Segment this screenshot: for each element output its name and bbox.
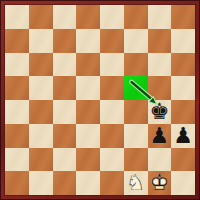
square-c6[interactable] — [53, 53, 77, 77]
square-e3[interactable] — [100, 124, 124, 148]
piece-black-pawn[interactable]: ♟ — [171, 124, 195, 148]
square-c1[interactable] — [53, 171, 77, 195]
square-f5[interactable] — [124, 76, 148, 100]
square-f1[interactable]: ♞♘ — [124, 171, 148, 195]
square-a7[interactable] — [5, 29, 29, 53]
square-g7[interactable] — [148, 29, 172, 53]
square-e8[interactable] — [100, 5, 124, 29]
square-b2[interactable] — [29, 148, 53, 172]
white-king-icon: ♔ — [150, 172, 170, 194]
square-a1[interactable] — [5, 171, 29, 195]
square-f4[interactable] — [124, 100, 148, 124]
square-f3[interactable] — [124, 124, 148, 148]
piece-white-knight[interactable]: ♞♘ — [124, 171, 148, 195]
chess-app: ♚♟♟♞♘♚♔ — [0, 0, 200, 200]
square-h3[interactable]: ♟ — [171, 124, 195, 148]
square-d1[interactable] — [76, 171, 100, 195]
square-d3[interactable] — [76, 124, 100, 148]
square-c3[interactable] — [53, 124, 77, 148]
square-e5[interactable] — [100, 76, 124, 100]
square-f8[interactable] — [124, 5, 148, 29]
square-a3[interactable] — [5, 124, 29, 148]
chess-board[interactable]: ♚♟♟♞♘♚♔ — [5, 5, 195, 195]
square-c4[interactable] — [53, 100, 77, 124]
square-c5[interactable] — [53, 76, 77, 100]
square-g4[interactable]: ♚ — [148, 100, 172, 124]
square-e7[interactable] — [100, 29, 124, 53]
square-d8[interactable] — [76, 5, 100, 29]
square-a6[interactable] — [5, 53, 29, 77]
piece-white-king[interactable]: ♚♔ — [148, 171, 172, 195]
white-knight-icon: ♘ — [126, 172, 146, 194]
square-g3[interactable]: ♟ — [148, 124, 172, 148]
square-h4[interactable] — [171, 100, 195, 124]
square-h1[interactable] — [171, 171, 195, 195]
square-f7[interactable] — [124, 29, 148, 53]
black-king-icon: ♚ — [150, 100, 170, 122]
black-pawn-icon: ♟ — [173, 124, 193, 146]
square-g2[interactable] — [148, 148, 172, 172]
square-e2[interactable] — [100, 148, 124, 172]
square-g6[interactable] — [148, 53, 172, 77]
square-h6[interactable] — [171, 53, 195, 77]
square-f6[interactable] — [124, 53, 148, 77]
black-pawn-icon: ♟ — [150, 124, 170, 146]
square-f2[interactable] — [124, 148, 148, 172]
square-h2[interactable] — [171, 148, 195, 172]
square-h8[interactable] — [171, 5, 195, 29]
square-c7[interactable] — [53, 29, 77, 53]
square-a2[interactable] — [5, 148, 29, 172]
square-b7[interactable] — [29, 29, 53, 53]
square-a8[interactable] — [5, 5, 29, 29]
square-e4[interactable] — [100, 100, 124, 124]
square-c8[interactable] — [53, 5, 77, 29]
square-b8[interactable] — [29, 5, 53, 29]
piece-black-pawn[interactable]: ♟ — [148, 124, 172, 148]
square-d7[interactable] — [76, 29, 100, 53]
square-b6[interactable] — [29, 53, 53, 77]
square-g1[interactable]: ♚♔ — [148, 171, 172, 195]
square-e6[interactable] — [100, 53, 124, 77]
square-b3[interactable] — [29, 124, 53, 148]
square-h7[interactable] — [171, 29, 195, 53]
square-d5[interactable] — [76, 76, 100, 100]
square-b1[interactable] — [29, 171, 53, 195]
piece-black-king[interactable]: ♚ — [148, 100, 172, 124]
square-a5[interactable] — [5, 76, 29, 100]
square-d4[interactable] — [76, 100, 100, 124]
square-b5[interactable] — [29, 76, 53, 100]
square-a4[interactable] — [5, 100, 29, 124]
square-b4[interactable] — [29, 100, 53, 124]
square-g8[interactable] — [148, 5, 172, 29]
square-e1[interactable] — [100, 171, 124, 195]
square-d2[interactable] — [76, 148, 100, 172]
square-d6[interactable] — [76, 53, 100, 77]
square-g5[interactable] — [148, 76, 172, 100]
square-c2[interactable] — [53, 148, 77, 172]
square-h5[interactable] — [171, 76, 195, 100]
